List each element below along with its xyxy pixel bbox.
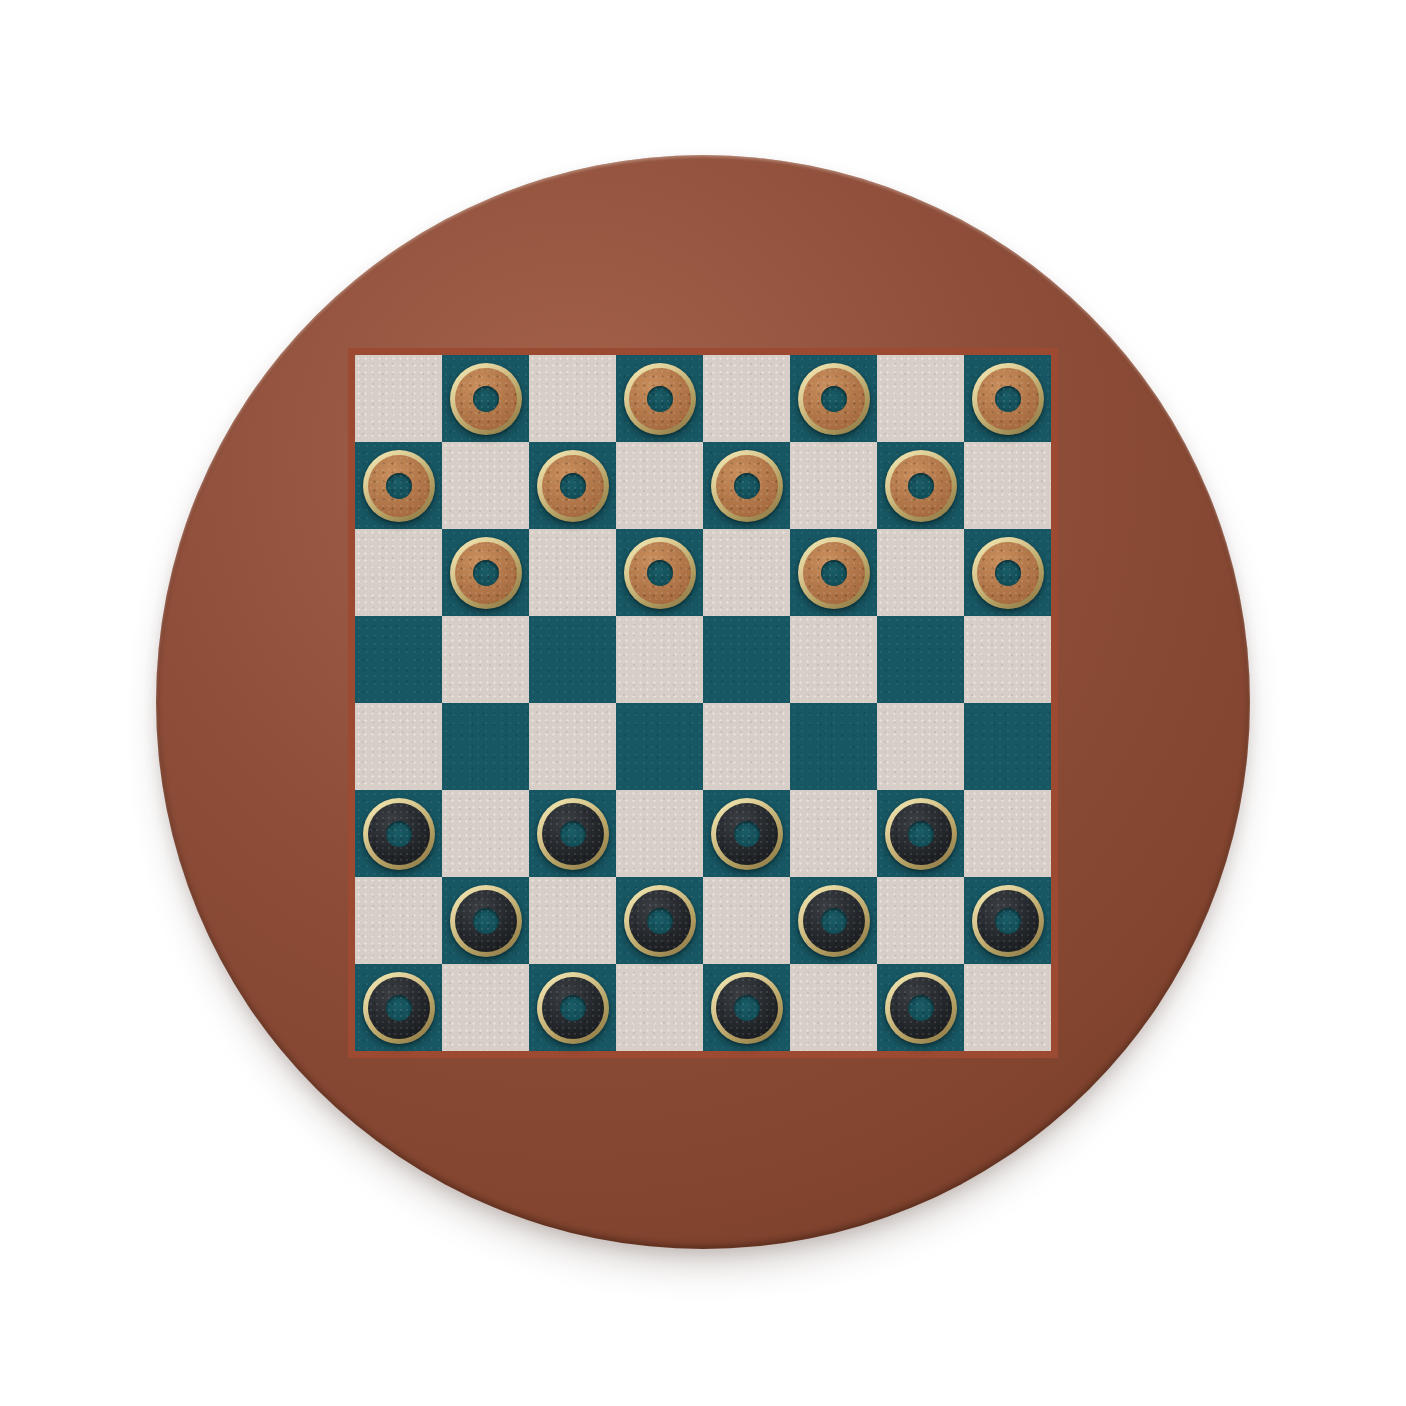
piece-center-hole: [821, 908, 847, 934]
square-g7[interactable]: [877, 442, 964, 529]
checker-piece-tan[interactable]: [798, 537, 870, 609]
tan-leather-face: [803, 542, 865, 604]
black-leather-face: [716, 803, 778, 865]
square-b3[interactable]: [442, 790, 529, 877]
piece-center-hole: [560, 995, 586, 1021]
checker-piece-tan[interactable]: [450, 537, 522, 609]
black-leather-face: [455, 890, 517, 952]
piece-center-hole: [734, 821, 760, 847]
piece-center-hole: [560, 821, 586, 847]
square-h8[interactable]: [964, 355, 1051, 442]
piece-center-hole: [473, 560, 499, 586]
piece-center-hole: [995, 908, 1021, 934]
square-a5[interactable]: [355, 616, 442, 703]
square-a3[interactable]: [355, 790, 442, 877]
checker-piece-tan[interactable]: [972, 363, 1044, 435]
square-d1[interactable]: [616, 964, 703, 1051]
square-c6[interactable]: [529, 529, 616, 616]
checker-piece-tan[interactable]: [363, 450, 435, 522]
tan-leather-face: [977, 368, 1039, 430]
tan-leather-face: [803, 368, 865, 430]
square-b8[interactable]: [442, 355, 529, 442]
tan-leather-face: [455, 542, 517, 604]
square-c3[interactable]: [529, 790, 616, 877]
piece-center-hole: [908, 821, 934, 847]
square-a7[interactable]: [355, 442, 442, 529]
square-b6[interactable]: [442, 529, 529, 616]
square-c7[interactable]: [529, 442, 616, 529]
checker-piece-tan[interactable]: [624, 363, 696, 435]
piece-center-hole: [647, 560, 673, 586]
square-e3[interactable]: [703, 790, 790, 877]
piece-center-hole: [386, 995, 412, 1021]
square-h4[interactable]: [964, 703, 1051, 790]
checker-piece-tan[interactable]: [537, 450, 609, 522]
square-f5[interactable]: [790, 616, 877, 703]
black-leather-face: [977, 890, 1039, 952]
square-e7[interactable]: [703, 442, 790, 529]
square-h1[interactable]: [964, 964, 1051, 1051]
checker-piece-tan[interactable]: [798, 363, 870, 435]
square-f1[interactable]: [790, 964, 877, 1051]
tan-leather-face: [716, 455, 778, 517]
square-g4[interactable]: [877, 703, 964, 790]
piece-center-hole: [734, 473, 760, 499]
square-a1[interactable]: [355, 964, 442, 1051]
square-h3[interactable]: [964, 790, 1051, 877]
piece-center-hole: [386, 473, 412, 499]
square-h7[interactable]: [964, 442, 1051, 529]
checker-piece-tan[interactable]: [624, 537, 696, 609]
square-g2[interactable]: [877, 877, 964, 964]
square-g8[interactable]: [877, 355, 964, 442]
square-e8[interactable]: [703, 355, 790, 442]
checker-piece-black[interactable]: [537, 798, 609, 870]
piece-center-hole: [647, 386, 673, 412]
checker-piece-black[interactable]: [885, 798, 957, 870]
square-b2[interactable]: [442, 877, 529, 964]
checker-piece-tan[interactable]: [885, 450, 957, 522]
square-d6[interactable]: [616, 529, 703, 616]
square-c5[interactable]: [529, 616, 616, 703]
square-b5[interactable]: [442, 616, 529, 703]
checker-piece-tan[interactable]: [711, 450, 783, 522]
square-c4[interactable]: [529, 703, 616, 790]
square-e2[interactable]: [703, 877, 790, 964]
square-g1[interactable]: [877, 964, 964, 1051]
checker-piece-black[interactable]: [711, 972, 783, 1044]
square-c1[interactable]: [529, 964, 616, 1051]
square-g3[interactable]: [877, 790, 964, 877]
checker-piece-black[interactable]: [450, 885, 522, 957]
black-leather-face: [890, 803, 952, 865]
piece-center-hole: [995, 560, 1021, 586]
black-leather-face: [542, 803, 604, 865]
square-c2[interactable]: [529, 877, 616, 964]
checker-piece-black[interactable]: [885, 972, 957, 1044]
piece-center-hole: [821, 386, 847, 412]
piece-center-hole: [995, 386, 1021, 412]
square-b7[interactable]: [442, 442, 529, 529]
square-h5[interactable]: [964, 616, 1051, 703]
square-e6[interactable]: [703, 529, 790, 616]
square-f8[interactable]: [790, 355, 877, 442]
square-d5[interactable]: [616, 616, 703, 703]
square-h2[interactable]: [964, 877, 1051, 964]
black-leather-face: [716, 977, 778, 1039]
square-d4[interactable]: [616, 703, 703, 790]
black-leather-face: [368, 977, 430, 1039]
black-leather-face: [803, 890, 865, 952]
tan-leather-face: [542, 455, 604, 517]
square-e4[interactable]: [703, 703, 790, 790]
square-d7[interactable]: [616, 442, 703, 529]
piece-center-hole: [908, 995, 934, 1021]
piece-center-hole: [821, 560, 847, 586]
square-f7[interactable]: [790, 442, 877, 529]
piece-center-hole: [560, 473, 586, 499]
checker-piece-black[interactable]: [363, 798, 435, 870]
square-f3[interactable]: [790, 790, 877, 877]
square-b1[interactable]: [442, 964, 529, 1051]
tan-leather-face: [890, 455, 952, 517]
square-d3[interactable]: [616, 790, 703, 877]
photo-canvas: [0, 0, 1406, 1406]
square-d8[interactable]: [616, 355, 703, 442]
tan-leather-face: [629, 368, 691, 430]
piece-center-hole: [734, 995, 760, 1021]
square-e5[interactable]: [703, 616, 790, 703]
checker-piece-tan[interactable]: [450, 363, 522, 435]
square-d2[interactable]: [616, 877, 703, 964]
black-leather-face: [890, 977, 952, 1039]
square-g5[interactable]: [877, 616, 964, 703]
checker-piece-black[interactable]: [363, 972, 435, 1044]
square-f4[interactable]: [790, 703, 877, 790]
square-c8[interactable]: [529, 355, 616, 442]
square-b4[interactable]: [442, 703, 529, 790]
square-g6[interactable]: [877, 529, 964, 616]
checker-piece-black[interactable]: [624, 885, 696, 957]
piece-center-hole: [473, 386, 499, 412]
square-a6[interactable]: [355, 529, 442, 616]
piece-center-hole: [386, 821, 412, 847]
piece-center-hole: [908, 473, 934, 499]
tan-leather-face: [455, 368, 517, 430]
square-f6[interactable]: [790, 529, 877, 616]
board: [348, 348, 1058, 1058]
square-a4[interactable]: [355, 703, 442, 790]
piece-center-hole: [473, 908, 499, 934]
checker-piece-black[interactable]: [972, 885, 1044, 957]
checker-piece-black[interactable]: [537, 972, 609, 1044]
piece-center-hole: [647, 908, 673, 934]
checker-piece-black[interactable]: [711, 798, 783, 870]
square-e1[interactable]: [703, 964, 790, 1051]
checker-piece-tan[interactable]: [972, 537, 1044, 609]
black-leather-face: [368, 803, 430, 865]
tan-leather-face: [629, 542, 691, 604]
black-leather-face: [629, 890, 691, 952]
square-a8[interactable]: [355, 355, 442, 442]
square-h6[interactable]: [964, 529, 1051, 616]
tan-leather-face: [368, 455, 430, 517]
tan-leather-face: [977, 542, 1039, 604]
square-a2[interactable]: [355, 877, 442, 964]
black-leather-face: [542, 977, 604, 1039]
square-f2[interactable]: [790, 877, 877, 964]
checker-piece-black[interactable]: [798, 885, 870, 957]
